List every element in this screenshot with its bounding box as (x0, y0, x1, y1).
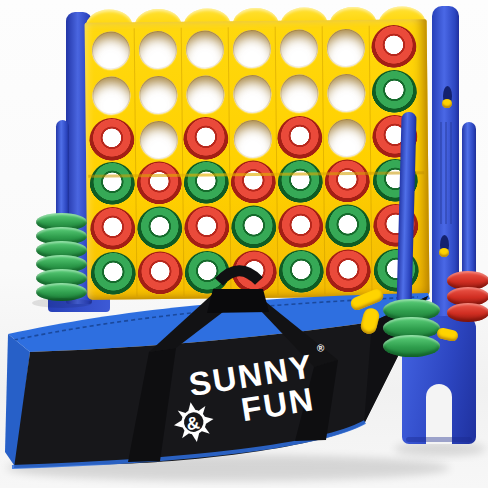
red-stacked-ring (447, 303, 488, 322)
rings-shadow (32, 298, 92, 308)
frame-shadow (394, 442, 486, 456)
green-stacked-ring (383, 335, 440, 357)
logo-registered-mark: ® (316, 342, 327, 354)
logo-ampersand: & (185, 412, 203, 434)
product-photo-scene: SUNNY ® & FUN (0, 0, 488, 488)
bag-strap-knot (207, 289, 269, 313)
bag-handle (219, 271, 259, 282)
